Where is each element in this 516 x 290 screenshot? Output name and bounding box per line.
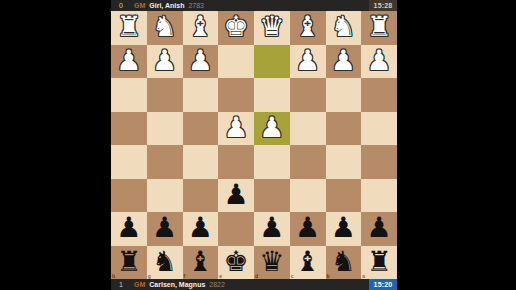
square-b2[interactable]: ♟ — [326, 45, 362, 79]
square-e6[interactable]: ♟ — [218, 179, 254, 213]
white-rook-icon: ♜ — [116, 11, 141, 43]
player-name-top: Giri, Anish — [149, 0, 184, 11]
square-d3[interactable] — [254, 78, 290, 112]
square-b8[interactable]: ♞b — [326, 246, 362, 280]
square-c4[interactable] — [290, 112, 326, 146]
square-g4[interactable] — [147, 112, 183, 146]
square-c1[interactable]: ♝ — [290, 11, 326, 45]
player-bar-top: 0 GM Giri, Anish 2783 15:28 — [111, 0, 397, 11]
square-d5[interactable] — [254, 145, 290, 179]
square-f5[interactable] — [183, 145, 219, 179]
clock-top: 15:28 — [369, 0, 397, 11]
square-a8[interactable]: ♜a — [361, 246, 397, 280]
square-e7[interactable] — [218, 212, 254, 246]
square-e4[interactable]: ♟ — [218, 112, 254, 146]
square-g1[interactable]: ♞ — [147, 11, 183, 45]
match-score-bottom: 1 — [118, 279, 124, 290]
black-knight-icon: ♞ — [331, 246, 356, 278]
white-pawn-icon: ♟ — [224, 112, 249, 144]
square-g6[interactable] — [147, 179, 183, 213]
white-pawn-icon: ♟ — [259, 112, 284, 144]
match-score-top: 0 — [118, 0, 124, 11]
player-title-top: GM — [134, 0, 145, 11]
square-f4[interactable] — [183, 112, 219, 146]
black-pawn-icon: ♟ — [116, 212, 141, 244]
square-g2[interactable]: ♟ — [147, 45, 183, 79]
square-c2[interactable]: ♟ — [290, 45, 326, 79]
square-c6[interactable] — [290, 179, 326, 213]
white-pawn-icon: ♟ — [188, 45, 213, 77]
square-g7[interactable]: ♟ — [147, 212, 183, 246]
square-a5[interactable] — [361, 145, 397, 179]
square-b6[interactable] — [326, 179, 362, 213]
black-bishop-icon: ♝ — [188, 246, 213, 278]
square-f1[interactable]: ♝ — [183, 11, 219, 45]
black-pawn-icon: ♟ — [367, 212, 392, 244]
broadcast-panel: 0 GM Giri, Anish 2783 15:28 ♜♞♝♚♛♝♞♜♟♟♟♟… — [111, 0, 397, 290]
square-e2[interactable] — [218, 45, 254, 79]
square-g8[interactable]: ♞g — [147, 246, 183, 280]
square-g3[interactable] — [147, 78, 183, 112]
square-d1[interactable]: ♛ — [254, 11, 290, 45]
black-rook-icon: ♜ — [367, 246, 392, 278]
white-rook-icon: ♜ — [367, 11, 392, 43]
square-e8[interactable]: ♚e — [218, 246, 254, 280]
square-b7[interactable]: ♟ — [326, 212, 362, 246]
player-title-bottom: GM — [134, 279, 145, 290]
square-f6[interactable] — [183, 179, 219, 213]
square-d8[interactable]: ♛d — [254, 246, 290, 280]
square-b5[interactable] — [326, 145, 362, 179]
black-rook-icon: ♜ — [116, 246, 141, 278]
chess-board: ♜♞♝♚♛♝♞♜♟♟♟♟♟♟♟♟♟♟♟♟♟♟♟♟♜h♞g♝f♚e♛d♝c♞b♜a — [111, 11, 397, 279]
square-d6[interactable] — [254, 179, 290, 213]
white-bishop-icon: ♝ — [295, 11, 320, 43]
square-a3[interactable] — [361, 78, 397, 112]
square-f3[interactable] — [183, 78, 219, 112]
square-c7[interactable]: ♟ — [290, 212, 326, 246]
square-c8[interactable]: ♝c — [290, 246, 326, 280]
square-d4[interactable]: ♟ — [254, 112, 290, 146]
black-pawn-icon: ♟ — [224, 179, 249, 211]
square-h4[interactable] — [111, 112, 147, 146]
square-h8[interactable]: ♜h — [111, 246, 147, 280]
square-d7[interactable]: ♟ — [254, 212, 290, 246]
player-bar-bottom: 1 GM Carlsen, Magnus 2822 15:20 — [111, 279, 397, 290]
player-name-bottom: Carlsen, Magnus — [149, 279, 205, 290]
square-e3[interactable] — [218, 78, 254, 112]
square-e1[interactable]: ♚ — [218, 11, 254, 45]
square-a7[interactable]: ♟ — [361, 212, 397, 246]
square-e5[interactable] — [218, 145, 254, 179]
square-h1[interactable]: ♜ — [111, 11, 147, 45]
square-h7[interactable]: ♟ — [111, 212, 147, 246]
square-h3[interactable] — [111, 78, 147, 112]
square-c5[interactable] — [290, 145, 326, 179]
square-a1[interactable]: ♜ — [361, 11, 397, 45]
black-pawn-icon: ♟ — [331, 212, 356, 244]
black-pawn-icon: ♟ — [295, 212, 320, 244]
square-f7[interactable]: ♟ — [183, 212, 219, 246]
square-b3[interactable] — [326, 78, 362, 112]
square-g5[interactable] — [147, 145, 183, 179]
square-f2[interactable]: ♟ — [183, 45, 219, 79]
square-f8[interactable]: ♝f — [183, 246, 219, 280]
white-queen-icon: ♛ — [259, 11, 284, 43]
square-h2[interactable]: ♟ — [111, 45, 147, 79]
black-queen-icon: ♛ — [259, 246, 284, 278]
black-pawn-icon: ♟ — [188, 212, 213, 244]
player-rating-top: 2783 — [188, 0, 204, 11]
square-h5[interactable] — [111, 145, 147, 179]
white-bishop-icon: ♝ — [188, 11, 213, 43]
white-knight-icon: ♞ — [331, 11, 356, 43]
white-pawn-icon: ♟ — [367, 45, 392, 77]
white-king-icon: ♚ — [224, 11, 249, 43]
white-pawn-icon: ♟ — [116, 45, 141, 77]
square-a6[interactable] — [361, 179, 397, 213]
white-pawn-icon: ♟ — [331, 45, 356, 77]
square-b4[interactable] — [326, 112, 362, 146]
square-b1[interactable]: ♞ — [326, 11, 362, 45]
square-d2[interactable] — [254, 45, 290, 79]
black-king-icon: ♚ — [224, 246, 249, 278]
white-knight-icon: ♞ — [152, 11, 177, 43]
player-rating-bottom: 2822 — [209, 279, 225, 290]
black-bishop-icon: ♝ — [295, 246, 320, 278]
white-pawn-icon: ♟ — [295, 45, 320, 77]
black-knight-icon: ♞ — [152, 246, 177, 278]
square-a4[interactable] — [361, 112, 397, 146]
square-h6[interactable] — [111, 179, 147, 213]
square-a2[interactable]: ♟ — [361, 45, 397, 79]
white-pawn-icon: ♟ — [152, 45, 177, 77]
black-pawn-icon: ♟ — [152, 212, 177, 244]
clock-bottom: 15:20 — [369, 279, 397, 290]
square-c3[interactable] — [290, 78, 326, 112]
black-pawn-icon: ♟ — [259, 212, 284, 244]
